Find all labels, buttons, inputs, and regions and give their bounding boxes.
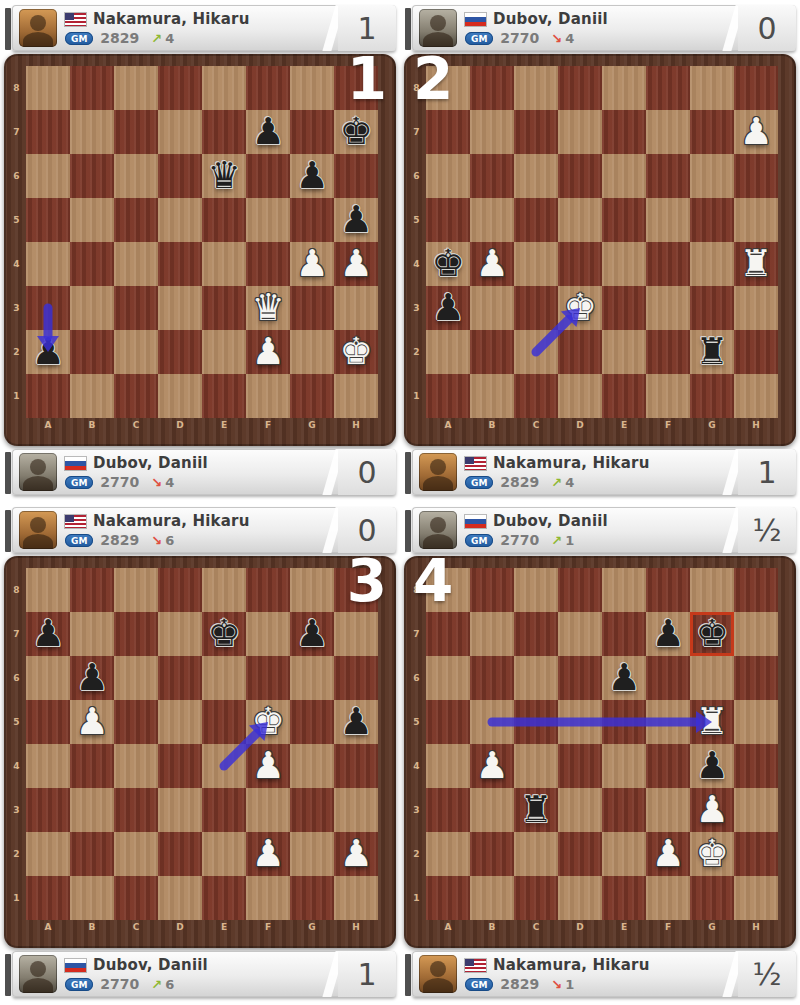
square-e1[interactable] bbox=[602, 374, 646, 418]
square-e1[interactable] bbox=[602, 876, 646, 920]
square-b5[interactable] bbox=[470, 198, 514, 242]
square-d8[interactable] bbox=[558, 568, 602, 612]
square-d6[interactable] bbox=[158, 154, 202, 198]
square-f2[interactable] bbox=[646, 330, 690, 374]
square-h6[interactable] bbox=[734, 154, 778, 198]
square-c4[interactable] bbox=[514, 242, 558, 286]
square-f4[interactable] bbox=[646, 242, 690, 286]
rating-delta: 6 bbox=[165, 533, 174, 548]
square-e4[interactable] bbox=[202, 242, 246, 286]
square-c7[interactable] bbox=[514, 110, 558, 154]
white-pawn-f4[interactable]: ♟ bbox=[246, 744, 290, 788]
square-h3[interactable] bbox=[334, 286, 378, 330]
square-g5[interactable] bbox=[290, 198, 334, 242]
square-d4[interactable] bbox=[558, 744, 602, 788]
square-b4[interactable] bbox=[70, 744, 114, 788]
square-g6[interactable] bbox=[690, 154, 734, 198]
black-rook-c3[interactable]: ♜ bbox=[514, 788, 558, 832]
square-d3[interactable] bbox=[558, 788, 602, 832]
square-f6[interactable] bbox=[246, 656, 290, 700]
square-g2[interactable] bbox=[290, 330, 334, 374]
square-h1[interactable] bbox=[334, 876, 378, 920]
square-b8[interactable] bbox=[470, 568, 514, 612]
square-g6[interactable] bbox=[690, 656, 734, 700]
square-g1[interactable] bbox=[290, 374, 334, 418]
square-d7[interactable] bbox=[158, 110, 202, 154]
square-d7[interactable] bbox=[558, 612, 602, 656]
square-d6[interactable] bbox=[158, 656, 202, 700]
player-bar-bottom[interactable]: Nakamura, Hikaru GM2829↘1 ½ bbox=[412, 951, 796, 997]
square-f5[interactable] bbox=[246, 198, 290, 242]
square-f3[interactable] bbox=[646, 788, 690, 832]
square-h8[interactable] bbox=[734, 66, 778, 110]
square-b3[interactable] bbox=[470, 286, 514, 330]
square-a5[interactable] bbox=[426, 700, 470, 744]
square-a2[interactable] bbox=[426, 832, 470, 876]
square-f7[interactable] bbox=[246, 612, 290, 656]
square-a4[interactable] bbox=[426, 744, 470, 788]
square-b6[interactable] bbox=[470, 656, 514, 700]
square-e4[interactable] bbox=[602, 242, 646, 286]
black-king-g7[interactable]: ♚ bbox=[690, 612, 734, 656]
file-label-c: C bbox=[514, 922, 558, 932]
square-b8[interactable] bbox=[470, 66, 514, 110]
square-d5[interactable] bbox=[558, 700, 602, 744]
square-g5[interactable] bbox=[690, 198, 734, 242]
square-e6[interactable] bbox=[602, 154, 646, 198]
black-pawn-f7[interactable]: ♟ bbox=[246, 110, 290, 154]
square-c6[interactable] bbox=[114, 154, 158, 198]
square-f1[interactable] bbox=[646, 374, 690, 418]
square-a6[interactable] bbox=[26, 656, 70, 700]
white-pawn-g3[interactable]: ♟ bbox=[690, 788, 734, 832]
square-d7[interactable] bbox=[558, 110, 602, 154]
rank-label-2: 2 bbox=[9, 832, 24, 876]
square-g3[interactable] bbox=[290, 788, 334, 832]
black-pawn-g4[interactable]: ♟ bbox=[690, 744, 734, 788]
square-e4[interactable] bbox=[202, 744, 246, 788]
square-d4[interactable] bbox=[158, 744, 202, 788]
square-g8[interactable] bbox=[290, 568, 334, 612]
black-pawn-a2[interactable]: ♟ bbox=[26, 330, 70, 374]
square-f3[interactable] bbox=[246, 788, 290, 832]
square-g1[interactable] bbox=[690, 876, 734, 920]
white-king-f5[interactable]: ♚ bbox=[246, 700, 290, 744]
board-panel-3: Nakamura, Hikaru GM2829↘6 0 ♟♚♟♟♟♚♟♟♟♟ 8… bbox=[0, 502, 400, 1005]
square-g6[interactable] bbox=[290, 656, 334, 700]
white-pawn-f2[interactable]: ♟ bbox=[246, 832, 290, 876]
square-c1[interactable] bbox=[514, 876, 558, 920]
square-g7[interactable] bbox=[690, 110, 734, 154]
square-g8[interactable] bbox=[690, 568, 734, 612]
score-value: 1 bbox=[738, 449, 796, 495]
file-label-f: F bbox=[246, 922, 290, 932]
player-bar-top[interactable]: Dubov, Daniil GM2770↘4 0 bbox=[412, 5, 796, 51]
square-b3[interactable] bbox=[70, 788, 114, 832]
square-a6[interactable] bbox=[26, 154, 70, 198]
square-d2[interactable] bbox=[158, 832, 202, 876]
square-a5[interactable] bbox=[26, 700, 70, 744]
black-rook-g2[interactable]: ♜ bbox=[690, 330, 734, 374]
square-c5[interactable] bbox=[514, 198, 558, 242]
square-c4[interactable] bbox=[514, 744, 558, 788]
square-c8[interactable] bbox=[114, 568, 158, 612]
square-f6[interactable] bbox=[246, 154, 290, 198]
square-d3[interactable] bbox=[158, 788, 202, 832]
chess-board-1[interactable]: ♟♚♛♟♟♟♟♛♟♟♚ 87654321 ABCDEFGH 1 bbox=[4, 54, 396, 446]
square-d2[interactable] bbox=[558, 330, 602, 374]
board-grid[interactable]: ♟♚♟♜♟♚♜ bbox=[426, 66, 778, 418]
square-b6[interactable] bbox=[470, 154, 514, 198]
square-b1[interactable] bbox=[470, 374, 514, 418]
chess-board-3[interactable]: ♟♚♟♟♟♚♟♟♟♟ 87654321 ABCDEFGH 3 bbox=[4, 556, 396, 948]
square-f6[interactable] bbox=[646, 154, 690, 198]
flag-ru-icon bbox=[465, 13, 486, 26]
square-c8[interactable] bbox=[514, 568, 558, 612]
square-f1[interactable] bbox=[246, 374, 290, 418]
square-c2[interactable] bbox=[514, 832, 558, 876]
square-f8[interactable] bbox=[646, 66, 690, 110]
square-a8[interactable] bbox=[26, 66, 70, 110]
square-d4[interactable] bbox=[558, 242, 602, 286]
black-pawn-g7[interactable]: ♟ bbox=[290, 612, 334, 656]
black-pawn-e6[interactable]: ♟ bbox=[602, 656, 646, 700]
white-pawn-b5[interactable]: ♟ bbox=[70, 700, 114, 744]
square-d1[interactable] bbox=[558, 876, 602, 920]
square-e3[interactable] bbox=[202, 788, 246, 832]
square-b5[interactable] bbox=[470, 700, 514, 744]
player-bar-top[interactable]: Nakamura, Hikaru GM2829↘6 0 bbox=[12, 507, 396, 553]
square-e2[interactable] bbox=[602, 832, 646, 876]
square-h6[interactable] bbox=[334, 154, 378, 198]
square-d5[interactable] bbox=[158, 700, 202, 744]
square-c2[interactable] bbox=[514, 330, 558, 374]
chess-board-2[interactable]: ♟♚♟♜♟♚♜ 87654321 ABCDEFGH 2 bbox=[404, 54, 796, 446]
black-pawn-h5[interactable]: ♟ bbox=[334, 198, 378, 242]
square-a6[interactable] bbox=[426, 656, 470, 700]
square-d5[interactable] bbox=[558, 198, 602, 242]
player-bar-bottom[interactable]: Dubov, Daniil GM2770↗6 1 bbox=[12, 951, 396, 997]
square-b6[interactable] bbox=[70, 154, 114, 198]
square-f8[interactable] bbox=[646, 568, 690, 612]
square-c3[interactable] bbox=[514, 286, 558, 330]
square-d6[interactable] bbox=[558, 656, 602, 700]
square-f3[interactable] bbox=[646, 286, 690, 330]
square-f8[interactable] bbox=[246, 66, 290, 110]
square-a4[interactable] bbox=[26, 744, 70, 788]
black-queen-e6[interactable]: ♛ bbox=[202, 154, 246, 198]
square-a3[interactable] bbox=[26, 788, 70, 832]
square-g3[interactable] bbox=[690, 286, 734, 330]
square-f5[interactable] bbox=[646, 700, 690, 744]
square-b2[interactable] bbox=[70, 330, 114, 374]
square-e7[interactable] bbox=[602, 612, 646, 656]
square-e3[interactable] bbox=[602, 286, 646, 330]
square-a1[interactable] bbox=[426, 374, 470, 418]
square-c6[interactable] bbox=[514, 154, 558, 198]
rank-label-7: 7 bbox=[409, 110, 424, 154]
square-a1[interactable] bbox=[426, 876, 470, 920]
square-h6[interactable] bbox=[334, 656, 378, 700]
square-d6[interactable] bbox=[558, 154, 602, 198]
square-e8[interactable] bbox=[602, 66, 646, 110]
square-e5[interactable] bbox=[602, 198, 646, 242]
file-label-g: G bbox=[690, 420, 734, 430]
square-c5[interactable] bbox=[114, 700, 158, 744]
square-f7[interactable] bbox=[646, 110, 690, 154]
square-e8[interactable] bbox=[202, 66, 246, 110]
square-b7[interactable] bbox=[70, 612, 114, 656]
square-g3[interactable] bbox=[290, 286, 334, 330]
square-e2[interactable] bbox=[202, 832, 246, 876]
square-h3[interactable] bbox=[734, 286, 778, 330]
square-g4[interactable] bbox=[690, 242, 734, 286]
square-g4[interactable] bbox=[290, 744, 334, 788]
flag-ru-icon bbox=[465, 515, 486, 528]
square-d1[interactable] bbox=[158, 876, 202, 920]
black-king-a4[interactable]: ♚ bbox=[426, 242, 470, 286]
square-h2[interactable] bbox=[734, 832, 778, 876]
black-pawn-h5[interactable]: ♟ bbox=[334, 700, 378, 744]
avatar bbox=[19, 511, 57, 549]
square-d8[interactable] bbox=[558, 66, 602, 110]
square-h1[interactable] bbox=[334, 374, 378, 418]
square-h7[interactable] bbox=[734, 612, 778, 656]
square-g1[interactable] bbox=[290, 876, 334, 920]
square-b7[interactable] bbox=[470, 612, 514, 656]
board-grid[interactable]: ♟♚♛♟♟♟♟♛♟♟♚ bbox=[26, 66, 378, 418]
square-h1[interactable] bbox=[734, 876, 778, 920]
player-rating: 2770 bbox=[100, 474, 139, 490]
white-pawn-f2[interactable]: ♟ bbox=[646, 832, 690, 876]
square-b5[interactable] bbox=[70, 198, 114, 242]
square-h5[interactable] bbox=[734, 198, 778, 242]
square-f4[interactable] bbox=[646, 744, 690, 788]
square-h3[interactable] bbox=[334, 788, 378, 832]
white-king-d3[interactable]: ♚ bbox=[558, 286, 602, 330]
panel-edge-strip bbox=[5, 8, 11, 50]
square-e6[interactable] bbox=[202, 656, 246, 700]
square-f5[interactable] bbox=[646, 198, 690, 242]
square-c1[interactable] bbox=[514, 374, 558, 418]
square-e5[interactable] bbox=[202, 700, 246, 744]
square-c4[interactable] bbox=[114, 242, 158, 286]
square-e7[interactable] bbox=[602, 110, 646, 154]
square-a8[interactable] bbox=[26, 568, 70, 612]
square-d8[interactable] bbox=[158, 568, 202, 612]
square-c7[interactable] bbox=[514, 612, 558, 656]
square-h4[interactable] bbox=[734, 744, 778, 788]
square-c8[interactable] bbox=[114, 66, 158, 110]
square-d1[interactable] bbox=[558, 374, 602, 418]
square-a7[interactable] bbox=[426, 612, 470, 656]
square-h3[interactable] bbox=[734, 788, 778, 832]
player-name: Nakamura, Hikaru bbox=[493, 454, 650, 472]
square-g8[interactable] bbox=[290, 66, 334, 110]
white-king-h2[interactable]: ♚ bbox=[334, 330, 378, 374]
square-a1[interactable] bbox=[26, 374, 70, 418]
square-b2[interactable] bbox=[470, 832, 514, 876]
player-bar-top[interactable]: Dubov, Daniil GM2770↗1 ½ bbox=[412, 507, 796, 553]
player-bar-bottom[interactable]: Nakamura, Hikaru GM2829↗4 1 bbox=[412, 449, 796, 495]
square-f8[interactable] bbox=[246, 568, 290, 612]
white-pawn-f2[interactable]: ♟ bbox=[246, 330, 290, 374]
board-grid[interactable]: ♟♚♟♜♟♟♜♟♟♚ bbox=[426, 568, 778, 920]
file-label-b: B bbox=[470, 420, 514, 430]
rating-down-icon: ↘ bbox=[151, 533, 162, 548]
square-c3[interactable] bbox=[114, 286, 158, 330]
square-c4[interactable] bbox=[114, 744, 158, 788]
square-b8[interactable] bbox=[70, 66, 114, 110]
square-c1[interactable] bbox=[114, 876, 158, 920]
board-grid[interactable]: ♟♚♟♟♟♚♟♟♟♟ bbox=[26, 568, 378, 920]
square-a1[interactable] bbox=[26, 876, 70, 920]
player-name: Dubov, Daniil bbox=[93, 956, 208, 974]
square-h7[interactable] bbox=[334, 612, 378, 656]
rating-delta: 1 bbox=[565, 977, 574, 992]
square-b7[interactable] bbox=[70, 110, 114, 154]
square-b7[interactable] bbox=[470, 110, 514, 154]
square-c1[interactable] bbox=[114, 374, 158, 418]
board-panel-4: Dubov, Daniil GM2770↗1 ½ ♟♚♟♜♟♟♜♟♟♚ 8765… bbox=[400, 502, 800, 1005]
square-g5[interactable] bbox=[290, 700, 334, 744]
square-b3[interactable] bbox=[470, 788, 514, 832]
square-g1[interactable] bbox=[690, 374, 734, 418]
gm-badge: GM bbox=[465, 534, 493, 547]
square-c2[interactable] bbox=[114, 832, 158, 876]
square-c8[interactable] bbox=[514, 66, 558, 110]
square-h5[interactable] bbox=[734, 700, 778, 744]
square-e3[interactable] bbox=[602, 788, 646, 832]
rank-label-1: 1 bbox=[9, 374, 24, 418]
square-a2[interactable] bbox=[426, 330, 470, 374]
black-pawn-f7[interactable]: ♟ bbox=[646, 612, 690, 656]
square-h1[interactable] bbox=[734, 374, 778, 418]
chess-board-4[interactable]: ♟♚♟♜♟♟♜♟♟♚ 87654321 ABCDEFGH 4 bbox=[404, 556, 796, 948]
square-a3[interactable] bbox=[26, 286, 70, 330]
file-label-d: D bbox=[158, 922, 202, 932]
square-e1[interactable] bbox=[202, 876, 246, 920]
rank-label-7: 7 bbox=[409, 612, 424, 656]
square-c2[interactable] bbox=[114, 330, 158, 374]
square-d8[interactable] bbox=[158, 66, 202, 110]
square-c6[interactable] bbox=[114, 656, 158, 700]
square-b4[interactable] bbox=[70, 242, 114, 286]
square-c5[interactable] bbox=[514, 700, 558, 744]
square-g2[interactable] bbox=[290, 832, 334, 876]
square-b1[interactable] bbox=[470, 876, 514, 920]
black-pawn-g6[interactable]: ♟ bbox=[290, 154, 334, 198]
square-a7[interactable] bbox=[426, 110, 470, 154]
square-f1[interactable] bbox=[646, 876, 690, 920]
square-e8[interactable] bbox=[602, 568, 646, 612]
rank-label-5: 5 bbox=[9, 198, 24, 242]
square-g8[interactable] bbox=[690, 66, 734, 110]
square-f1[interactable] bbox=[246, 876, 290, 920]
square-f4[interactable] bbox=[246, 242, 290, 286]
white-pawn-h7[interactable]: ♟ bbox=[734, 110, 778, 154]
square-a5[interactable] bbox=[26, 198, 70, 242]
square-g7[interactable] bbox=[290, 110, 334, 154]
square-a4[interactable] bbox=[26, 242, 70, 286]
square-b8[interactable] bbox=[70, 568, 114, 612]
square-d7[interactable] bbox=[158, 612, 202, 656]
white-rook-g5[interactable]: ♜ bbox=[690, 700, 734, 744]
black-king-e7[interactable]: ♚ bbox=[202, 612, 246, 656]
white-pawn-g4[interactable]: ♟ bbox=[290, 242, 334, 286]
white-pawn-b4[interactable]: ♟ bbox=[470, 242, 514, 286]
player-bar-top[interactable]: Nakamura, Hikaru GM2829↗4 1 bbox=[12, 5, 396, 51]
square-e3[interactable] bbox=[202, 286, 246, 330]
black-pawn-b6[interactable]: ♟ bbox=[70, 656, 114, 700]
file-label-f: F bbox=[646, 420, 690, 430]
panel-edge-strip bbox=[5, 954, 11, 996]
white-pawn-h2[interactable]: ♟ bbox=[334, 832, 378, 876]
square-b1[interactable] bbox=[70, 876, 114, 920]
square-h4[interactable] bbox=[334, 744, 378, 788]
square-a6[interactable] bbox=[426, 154, 470, 198]
square-c7[interactable] bbox=[114, 612, 158, 656]
white-queen-f3[interactable]: ♛ bbox=[246, 286, 290, 330]
square-b2[interactable] bbox=[470, 330, 514, 374]
rank-label-1: 1 bbox=[9, 876, 24, 920]
square-e4[interactable] bbox=[602, 744, 646, 788]
square-e8[interactable] bbox=[202, 568, 246, 612]
white-king-g2[interactable]: ♚ bbox=[690, 832, 734, 876]
white-pawn-h4[interactable]: ♟ bbox=[334, 242, 378, 286]
square-c3[interactable] bbox=[114, 788, 158, 832]
square-c6[interactable] bbox=[514, 656, 558, 700]
square-c5[interactable] bbox=[114, 198, 158, 242]
square-f6[interactable] bbox=[646, 656, 690, 700]
square-e2[interactable] bbox=[202, 330, 246, 374]
white-pawn-b4[interactable]: ♟ bbox=[470, 744, 514, 788]
black-pawn-a7[interactable]: ♟ bbox=[26, 612, 70, 656]
flag-us-icon bbox=[465, 457, 486, 470]
square-b3[interactable] bbox=[70, 286, 114, 330]
square-b2[interactable] bbox=[70, 832, 114, 876]
square-d1[interactable] bbox=[158, 374, 202, 418]
white-rook-h4[interactable]: ♜ bbox=[734, 242, 778, 286]
file-label-d: D bbox=[158, 420, 202, 430]
black-king-h7[interactable]: ♚ bbox=[334, 110, 378, 154]
square-a2[interactable] bbox=[26, 832, 70, 876]
square-h6[interactable] bbox=[734, 656, 778, 700]
square-e5[interactable] bbox=[202, 198, 246, 242]
square-h2[interactable] bbox=[734, 330, 778, 374]
square-e1[interactable] bbox=[202, 374, 246, 418]
square-d4[interactable] bbox=[158, 242, 202, 286]
square-e5[interactable] bbox=[602, 700, 646, 744]
square-a5[interactable] bbox=[426, 198, 470, 242]
player-bar-bottom[interactable]: Dubov, Daniil GM2770↘4 0 bbox=[12, 449, 396, 495]
score-value: ½ bbox=[738, 951, 796, 997]
square-d3[interactable] bbox=[158, 286, 202, 330]
square-d2[interactable] bbox=[158, 330, 202, 374]
square-h8[interactable] bbox=[734, 568, 778, 612]
square-d2[interactable] bbox=[558, 832, 602, 876]
player-rating: 2829 bbox=[100, 532, 139, 548]
flag-us-icon bbox=[65, 515, 86, 528]
square-e2[interactable] bbox=[602, 330, 646, 374]
square-b1[interactable] bbox=[70, 374, 114, 418]
square-d5[interactable] bbox=[158, 198, 202, 242]
square-a7[interactable] bbox=[26, 110, 70, 154]
black-pawn-a3[interactable]: ♟ bbox=[426, 286, 470, 330]
square-e7[interactable] bbox=[202, 110, 246, 154]
square-a3[interactable] bbox=[426, 788, 470, 832]
square-c7[interactable] bbox=[114, 110, 158, 154]
